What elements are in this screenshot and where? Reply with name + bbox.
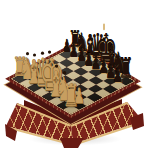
piece-white-pawn: ♟ [34, 69, 65, 89]
piece-white-rook: ♜ [5, 53, 35, 80]
piece-black-pawn: ♟ [68, 46, 96, 64]
piece-black-bishop: ♝ [97, 42, 126, 73]
pieces-layer: ♜♞♝♛♚♝♞♜♟♟♟♟♟♟♟♟♟♟♟♟♟♟♟♟♜♞♝♛♚♝♞♜ [0, 0, 150, 150]
piece-black-knight: ♞ [104, 49, 134, 78]
piece-white-pawn: ♟ [62, 85, 96, 106]
piece-black-pawn: ♟ [82, 54, 111, 72]
piece-white-knight: ♞ [12, 54, 42, 83]
chess-set-photo: ♜♞♝♛♚♝♞♜♟♟♟♟♟♟♟♟♟♟♟♟♟♟♟♟♜♞♝♛♚♝♞♜ [0, 0, 150, 150]
piece-white-bishop: ♝ [40, 67, 73, 102]
piece-black-pawn: ♟ [96, 62, 126, 81]
piece-white-knight: ♞ [47, 74, 80, 106]
piece-black-pawn: ♟ [54, 38, 80, 55]
piece-white-king: ♚ [33, 52, 65, 97]
piece-white-pawn: ♟ [55, 81, 88, 102]
piece-black-bishop: ♝ [76, 31, 103, 60]
piece-white-queen: ♛ [26, 54, 58, 93]
piece-black-rook: ♜ [111, 54, 141, 81]
piece-black-queen: ♛ [83, 30, 111, 64]
piece-black-knight: ♞ [69, 30, 96, 56]
piece-white-pawn: ♟ [13, 57, 42, 76]
piece-black-king: ♚ [90, 29, 118, 69]
piece-white-rook: ♜ [54, 80, 88, 111]
piece-black-rook: ♜ [62, 27, 88, 50]
piece-white-pawn: ♟ [27, 65, 58, 84]
piece-white-pawn: ♟ [41, 73, 73, 93]
piece-black-pawn: ♟ [75, 50, 103, 68]
piece-white-pawn: ♟ [48, 77, 80, 97]
piece-white-bishop: ♝ [19, 55, 50, 88]
piece-black-pawn: ♟ [103, 66, 134, 85]
piece-black-pawn: ♟ [89, 58, 118, 77]
piece-white-pawn: ♟ [20, 61, 50, 80]
piece-black-pawn: ♟ [61, 42, 88, 59]
